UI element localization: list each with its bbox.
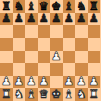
square-e1[interactable]: ♚ [50, 88, 63, 101]
square-h5[interactable] [88, 38, 101, 51]
square-c3[interactable] [25, 63, 38, 76]
square-c7[interactable]: ♟ [25, 13, 38, 26]
square-h4[interactable] [88, 51, 101, 64]
square-f3[interactable] [63, 63, 76, 76]
square-d1[interactable]: ♛ [38, 88, 51, 101]
square-d2[interactable]: ♟ [38, 76, 51, 89]
white-knight: ♞ [14, 88, 24, 100]
square-b3[interactable] [13, 63, 26, 76]
square-f4[interactable] [63, 51, 76, 64]
square-g8[interactable]: ♞ [75, 0, 88, 13]
black-pawn: ♟ [89, 13, 99, 25]
square-h2[interactable]: ♟ [88, 76, 101, 89]
square-a3[interactable] [0, 63, 13, 76]
white-pawn: ♟ [51, 51, 61, 63]
black-pawn: ♟ [76, 13, 86, 25]
square-d5[interactable] [38, 38, 51, 51]
white-pawn: ♟ [26, 76, 36, 88]
square-a6[interactable] [0, 25, 13, 38]
white-pawn: ♟ [39, 76, 49, 88]
square-h1[interactable]: ♜ [88, 88, 101, 101]
square-c2[interactable]: ♟ [25, 76, 38, 89]
square-f5[interactable] [63, 38, 76, 51]
square-f7[interactable]: ♟ [63, 13, 76, 26]
square-a1[interactable]: ♜ [0, 88, 13, 101]
square-g6[interactable] [75, 25, 88, 38]
square-e8[interactable]: ♚ [50, 0, 63, 13]
square-f6[interactable] [63, 25, 76, 38]
white-king: ♚ [51, 88, 61, 100]
square-c5[interactable] [25, 38, 38, 51]
square-d6[interactable] [38, 25, 51, 38]
square-h6[interactable] [88, 25, 101, 38]
black-knight: ♞ [14, 0, 24, 12]
black-knight: ♞ [76, 0, 86, 12]
square-c4[interactable] [25, 51, 38, 64]
white-pawn: ♟ [64, 76, 74, 88]
square-a7[interactable]: ♟ [0, 13, 13, 26]
square-f8[interactable]: ♝ [63, 0, 76, 13]
white-rook: ♜ [89, 88, 99, 100]
black-bishop: ♝ [64, 0, 74, 12]
square-b7[interactable]: ♟ [13, 13, 26, 26]
square-e4[interactable]: ♟ [50, 51, 63, 64]
square-a2[interactable]: ♟ [0, 76, 13, 89]
square-g7[interactable]: ♟ [75, 13, 88, 26]
square-a8[interactable]: ♜ [0, 0, 13, 13]
black-rook: ♜ [1, 0, 11, 12]
square-b2[interactable]: ♟ [13, 76, 26, 89]
square-d7[interactable]: ♟ [38, 13, 51, 26]
black-pawn: ♟ [26, 13, 36, 25]
square-b5[interactable] [13, 38, 26, 51]
black-pawn: ♟ [39, 13, 49, 25]
white-pawn: ♟ [89, 76, 99, 88]
square-e2[interactable] [50, 76, 63, 89]
square-b1[interactable]: ♞ [13, 88, 26, 101]
square-h3[interactable] [88, 63, 101, 76]
square-g5[interactable] [75, 38, 88, 51]
black-pawn: ♟ [14, 13, 24, 25]
black-queen: ♛ [39, 0, 49, 12]
square-a5[interactable] [0, 38, 13, 51]
square-c8[interactable]: ♝ [25, 0, 38, 13]
square-b6[interactable] [13, 25, 26, 38]
black-pawn: ♟ [64, 13, 74, 25]
black-pawn: ♟ [51, 13, 61, 25]
white-pawn: ♟ [1, 76, 11, 88]
white-bishop: ♝ [64, 88, 74, 100]
square-g1[interactable]: ♞ [75, 88, 88, 101]
square-h8[interactable]: ♜ [88, 0, 101, 13]
black-bishop: ♝ [26, 0, 36, 12]
square-a4[interactable] [0, 51, 13, 64]
black-king: ♚ [51, 0, 61, 12]
white-pawn: ♟ [76, 76, 86, 88]
black-pawn: ♟ [1, 13, 11, 25]
black-rook: ♜ [89, 0, 99, 12]
square-c1[interactable]: ♝ [25, 88, 38, 101]
square-d3[interactable] [38, 63, 51, 76]
square-e5[interactable] [50, 38, 63, 51]
square-b8[interactable]: ♞ [13, 0, 26, 13]
square-d4[interactable] [38, 51, 51, 64]
square-f2[interactable]: ♟ [63, 76, 76, 89]
square-f1[interactable]: ♝ [63, 88, 76, 101]
square-e3[interactable] [50, 63, 63, 76]
square-d8[interactable]: ♛ [38, 0, 51, 13]
white-rook: ♜ [1, 88, 11, 100]
square-b4[interactable] [13, 51, 26, 64]
chess-board: ♜♞♝♛♚♝♞♜♟♟♟♟♟♟♟♟♟♟♟♟♟♟♟♟♜♞♝♛♚♝♞♜ [0, 0, 100, 101]
square-e6[interactable] [50, 25, 63, 38]
square-h7[interactable]: ♟ [88, 13, 101, 26]
white-pawn: ♟ [14, 76, 24, 88]
square-e7[interactable]: ♟ [50, 13, 63, 26]
white-bishop: ♝ [26, 88, 36, 100]
square-g2[interactable]: ♟ [75, 76, 88, 89]
square-c6[interactable] [25, 25, 38, 38]
square-g3[interactable] [75, 63, 88, 76]
square-g4[interactable] [75, 51, 88, 64]
white-queen: ♛ [39, 88, 49, 100]
white-knight: ♞ [76, 88, 86, 100]
